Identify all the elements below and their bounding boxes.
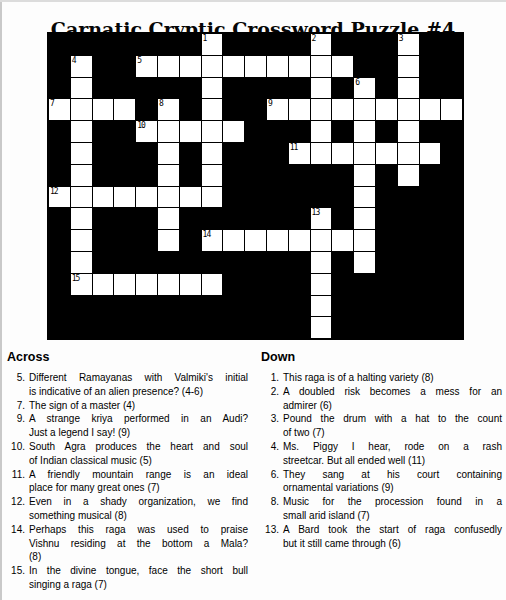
clue-number-label: 11. (6, 468, 29, 496)
white-cell-r1c7[interactable] (202, 56, 223, 77)
white-cell-r4c1[interactable] (71, 121, 92, 142)
black-cell-r5c18 (441, 143, 462, 164)
black-cell-r10c0 (49, 252, 70, 273)
black-cell-r12c15 (376, 296, 397, 317)
white-cell-r5c13[interactable] (332, 143, 353, 164)
grid-clue-number-2: 2 (312, 34, 316, 43)
white-cell-r5c17[interactable] (420, 143, 441, 164)
black-cell-r10c4 (136, 252, 157, 273)
black-cell-r9c0 (49, 230, 70, 251)
black-cell-r6c3 (114, 165, 135, 186)
black-cell-r12c11 (289, 296, 310, 317)
black-cell-r8c8 (223, 208, 244, 229)
black-cell-r4c2 (93, 121, 114, 142)
black-cell-r10c18 (441, 252, 462, 273)
white-cell-r1c8[interactable] (223, 56, 244, 77)
clue-text: Pound the drum with a hat to the countof… (283, 412, 502, 440)
white-cell-r11c12[interactable] (311, 274, 332, 295)
black-cell-r0c2 (93, 34, 114, 55)
window-top-edge (0, 0, 506, 2)
black-cell-r9c2 (93, 230, 114, 251)
white-cell-r6c14[interactable] (354, 165, 375, 186)
black-cell-r2c11 (289, 78, 310, 99)
across-clue-list: 5.Different Ramayanas with Valmiki's ini… (6, 371, 248, 592)
clue-number-label: 7. (6, 399, 29, 413)
clue-number-label: 4. (260, 440, 283, 468)
black-cell-r12c0 (49, 296, 70, 317)
clue-number-label: 9. (6, 412, 29, 440)
black-cell-r10c17 (420, 252, 441, 273)
black-cell-r8c9 (245, 208, 266, 229)
black-cell-r10c13 (332, 252, 353, 273)
black-cell-r13c10 (267, 317, 288, 338)
black-cell-r0c14 (354, 34, 375, 55)
clue-text: A doubled risk becomes a mess for anadmi… (283, 385, 502, 413)
white-cell-r7c2[interactable] (93, 187, 114, 208)
black-cell-r1c18 (441, 56, 462, 77)
clue-text: A strange kriya performed in an Audi?Jus… (29, 412, 248, 440)
black-cell-r4c15 (376, 121, 397, 142)
black-cell-r0c4 (136, 34, 157, 55)
black-cell-r7c16 (398, 187, 419, 208)
white-cell-r2c1[interactable] (71, 78, 92, 99)
white-cell-r1c4[interactable]: 5 (136, 56, 157, 77)
black-cell-r2c8 (223, 78, 244, 99)
white-cell-r0c16[interactable]: 3 (398, 34, 419, 55)
white-cell-r0c12[interactable]: 2 (311, 34, 332, 55)
black-cell-r8c17 (420, 208, 441, 229)
black-cell-r0c10 (267, 34, 288, 55)
white-cell-r1c10[interactable] (267, 56, 288, 77)
black-cell-r13c0 (49, 317, 70, 338)
black-cell-r10c7 (202, 252, 223, 273)
white-cell-r3c18[interactable] (441, 99, 462, 120)
white-cell-r4c14[interactable] (354, 121, 375, 142)
clue-across-11: 11.A friendly mountain range is an ideal… (6, 468, 248, 496)
white-cell-r7c6[interactable] (180, 187, 201, 208)
white-cell-r9c13[interactable] (332, 230, 353, 251)
black-cell-r8c0 (49, 208, 70, 229)
grid-clue-number-6: 6 (355, 78, 359, 87)
black-cell-r11c15 (376, 274, 397, 295)
black-cell-r6c4 (136, 165, 157, 186)
black-cell-r13c18 (441, 317, 462, 338)
white-cell-r7c0[interactable]: 12 (49, 187, 70, 208)
grid-clue-number-11: 11 (290, 143, 298, 152)
white-cell-r9c7[interactable]: 14 (202, 230, 223, 251)
white-cell-r8c1[interactable] (71, 208, 92, 229)
black-cell-r11c0 (49, 274, 70, 295)
page: { "title": "Carnatic Cryptic Crossword P… (0, 0, 506, 600)
black-cell-r0c8 (223, 34, 244, 55)
black-cell-r2c13 (332, 78, 353, 99)
black-cell-r10c9 (245, 252, 266, 273)
black-cell-r7c13 (332, 187, 353, 208)
black-cell-r0c13 (332, 34, 353, 55)
black-cell-r2c17 (420, 78, 441, 99)
black-cell-r2c10 (267, 78, 288, 99)
black-cell-r6c12 (311, 165, 332, 186)
white-cell-r7c5[interactable] (158, 187, 179, 208)
black-cell-r10c2 (93, 252, 114, 273)
black-cell-r11c18 (441, 274, 462, 295)
black-cell-r11c17 (420, 274, 441, 295)
white-cell-r9c11[interactable] (289, 230, 310, 251)
black-cell-r8c3 (114, 208, 135, 229)
black-cell-r11c9 (245, 274, 266, 295)
white-cell-r3c17[interactable] (420, 99, 441, 120)
black-cell-r7c15 (376, 187, 397, 208)
black-cell-r6c9 (245, 165, 266, 186)
clue-number-label: 3. (260, 412, 283, 440)
black-cell-r2c3 (114, 78, 135, 99)
white-cell-r5c1[interactable] (71, 143, 92, 164)
white-cell-r3c5[interactable]: 8 (158, 99, 179, 120)
clue-down-3: 3.Pound the drum with a hat to the count… (260, 412, 502, 440)
black-cell-r10c11 (289, 252, 310, 273)
white-cell-r3c15[interactable] (376, 99, 397, 120)
white-cell-r11c6[interactable] (180, 274, 201, 295)
white-cell-r8c5[interactable] (158, 208, 179, 229)
black-cell-r0c11 (289, 34, 310, 55)
black-cell-r7c18 (441, 187, 462, 208)
white-cell-r4c12[interactable] (311, 121, 332, 142)
white-cell-r11c1[interactable]: 15 (71, 274, 92, 295)
black-cell-r13c7 (202, 317, 223, 338)
clue-text: The sign of a master (4) (29, 399, 248, 413)
black-cell-r6c2 (93, 165, 114, 186)
white-cell-r7c4[interactable] (136, 187, 157, 208)
black-cell-r8c10 (267, 208, 288, 229)
grid-clue-number-9: 9 (268, 99, 272, 108)
clue-text: In the divine tongue, face the short bul… (29, 564, 248, 592)
black-cell-r3c6 (180, 99, 201, 120)
white-cell-r4c6[interactable] (180, 121, 201, 142)
black-cell-r0c1 (71, 34, 92, 55)
black-cell-r4c0 (49, 121, 70, 142)
white-cell-r3c16[interactable] (398, 99, 419, 120)
white-cell-r11c2[interactable] (93, 274, 114, 295)
grid-clue-number-12: 12 (50, 187, 58, 196)
black-cell-r0c18 (441, 34, 462, 55)
black-cell-r12c13 (332, 296, 353, 317)
clue-text: Music for the procession found in asmall… (283, 495, 502, 523)
white-cell-r12c12[interactable] (311, 296, 332, 317)
black-cell-r0c15 (376, 34, 397, 55)
black-cell-r4c10 (267, 121, 288, 142)
white-cell-r3c7[interactable] (202, 99, 223, 120)
black-cell-r2c18 (441, 78, 462, 99)
black-cell-r5c2 (93, 143, 114, 164)
white-cell-r13c12[interactable] (311, 317, 332, 338)
black-cell-r9c3 (114, 230, 135, 251)
black-cell-r12c3 (114, 296, 135, 317)
black-cell-r10c10 (267, 252, 288, 273)
black-cell-r6c6 (180, 165, 201, 186)
grid-clue-number-5: 5 (137, 56, 141, 65)
black-cell-r8c2 (93, 208, 114, 229)
white-cell-r9c8[interactable] (223, 230, 244, 251)
black-cell-r4c9 (245, 121, 266, 142)
black-cell-r12c10 (267, 296, 288, 317)
white-cell-r9c10[interactable] (267, 230, 288, 251)
black-cell-r10c16 (398, 252, 419, 273)
black-cell-r2c6 (180, 78, 201, 99)
white-cell-r6c1[interactable] (71, 165, 92, 186)
white-cell-r7c3[interactable] (114, 187, 135, 208)
crossword-grid: 123456789101112131415 (47, 32, 464, 340)
black-cell-r11c8 (223, 274, 244, 295)
black-cell-r6c18 (441, 165, 462, 186)
black-cell-r1c3 (114, 56, 135, 77)
black-cell-r12c17 (420, 296, 441, 317)
white-cell-r9c5[interactable] (158, 230, 179, 251)
black-cell-r1c17 (420, 56, 441, 77)
black-cell-r3c4 (136, 99, 157, 120)
clue-down-2: 2.A doubled risk becomes a mess for anad… (260, 385, 502, 413)
white-cell-r5c11[interactable]: 11 (289, 143, 310, 164)
black-cell-r13c16 (398, 317, 419, 338)
black-cell-r4c11 (289, 121, 310, 142)
white-cell-r3c14[interactable] (354, 99, 375, 120)
black-cell-r8c6 (180, 208, 201, 229)
white-cell-r2c16[interactable] (398, 78, 419, 99)
white-cell-r3c10[interactable]: 9 (267, 99, 288, 120)
black-cell-r10c3 (114, 252, 135, 273)
black-cell-r8c15 (376, 208, 397, 229)
white-cell-r1c11[interactable] (289, 56, 310, 77)
clue-across-9: 9.A strange kriya performed in an Audi?J… (6, 412, 248, 440)
white-cell-r4c8[interactable] (223, 121, 244, 142)
black-cell-r0c6 (180, 34, 201, 55)
white-cell-r2c14[interactable]: 6 (354, 78, 375, 99)
grid-clue-number-15: 15 (72, 274, 80, 283)
white-cell-r7c1[interactable] (71, 187, 92, 208)
white-cell-r9c9[interactable] (245, 230, 266, 251)
clue-number-label: 2. (260, 385, 283, 413)
black-cell-r11c16 (398, 274, 419, 295)
white-cell-r1c1[interactable]: 4 (71, 56, 92, 77)
window-left-edge (0, 0, 2, 600)
white-cell-r11c7[interactable] (202, 274, 223, 295)
clue-number-label: 6. (260, 468, 283, 496)
white-cell-r3c0[interactable]: 7 (49, 99, 70, 120)
black-cell-r1c15 (376, 56, 397, 77)
white-cell-r5c12[interactable] (311, 143, 332, 164)
black-cell-r13c4 (136, 317, 157, 338)
clue-text: South Agra produces the heart and soulof… (29, 440, 248, 468)
clue-text: This raga is of a halting variety (8) (283, 371, 502, 385)
clue-text: Even in a shady organization, we findsom… (29, 495, 248, 523)
white-cell-r4c5[interactable] (158, 121, 179, 142)
white-cell-r10c12[interactable] (311, 252, 332, 273)
black-cell-r13c5 (158, 317, 179, 338)
clue-across-14: 14.Perhaps this raga was used to praiseV… (6, 523, 248, 564)
white-cell-r7c7[interactable] (202, 187, 223, 208)
white-cell-r3c11[interactable] (289, 99, 310, 120)
grid-clue-number-10: 10 (137, 121, 145, 130)
white-cell-r5c16[interactable] (398, 143, 419, 164)
black-cell-r9c4 (136, 230, 157, 251)
white-cell-r6c16[interactable] (398, 165, 419, 186)
black-cell-r5c9 (245, 143, 266, 164)
black-cell-r11c11 (289, 274, 310, 295)
white-cell-r5c7[interactable] (202, 143, 223, 164)
white-cell-r4c7[interactable] (202, 121, 223, 142)
white-cell-r5c15[interactable] (376, 143, 397, 164)
white-cell-r0c7[interactable]: 1 (202, 34, 223, 55)
white-cell-r1c12[interactable] (311, 56, 332, 77)
clue-down-13: 13.A Bard took the start of raga confuse… (260, 523, 502, 551)
black-cell-r9c16 (398, 230, 419, 251)
black-cell-r1c0 (49, 56, 70, 77)
black-cell-r10c15 (376, 252, 397, 273)
clue-text: Perhaps this raga was used to praiseVish… (29, 523, 248, 564)
clue-down-1: 1.This raga is of a halting variety (8) (260, 371, 502, 385)
black-cell-r13c11 (289, 317, 310, 338)
black-cell-r9c15 (376, 230, 397, 251)
white-cell-r9c1[interactable] (71, 230, 92, 251)
black-cell-r12c16 (398, 296, 419, 317)
black-cell-r6c0 (49, 165, 70, 186)
black-cell-r5c10 (267, 143, 288, 164)
white-cell-r1c16[interactable] (398, 56, 419, 77)
white-cell-r3c2[interactable] (93, 99, 114, 120)
black-cell-r0c5 (158, 34, 179, 55)
down-clue-list: 1.This raga is of a halting variety (8)2… (260, 371, 502, 550)
black-cell-r12c9 (245, 296, 266, 317)
black-cell-r2c5 (158, 78, 179, 99)
white-cell-r6c5[interactable] (158, 165, 179, 186)
clue-number-label: 1. (260, 371, 283, 385)
white-cell-r11c3[interactable] (114, 274, 135, 295)
white-cell-r1c6[interactable] (180, 56, 201, 77)
clue-across-12: 12.Even in a shady organization, we find… (6, 495, 248, 523)
clue-across-5: 5.Different Ramayanas with Valmiki's ini… (6, 371, 248, 399)
black-cell-r5c0 (49, 143, 70, 164)
white-cell-r8c12[interactable]: 13 (311, 208, 332, 229)
white-cell-r9c12[interactable] (311, 230, 332, 251)
black-cell-r4c17 (420, 121, 441, 142)
across-heading: Across (7, 351, 248, 364)
black-cell-r10c5 (158, 252, 179, 273)
black-cell-r10c6 (180, 252, 201, 273)
clue-down-4: 4.Ms. Piggy I hear, rode on a rashstreet… (260, 440, 502, 468)
white-cell-r3c1[interactable] (71, 99, 92, 120)
down-heading: Down (261, 351, 502, 364)
clue-number-label: 15. (6, 564, 29, 592)
white-cell-r10c1[interactable] (71, 252, 92, 273)
white-cell-r4c16[interactable] (398, 121, 419, 142)
across-section: Across 5.Different Ramayanas with Valmik… (6, 351, 248, 592)
clue-number-label: 14. (6, 523, 29, 564)
black-cell-r12c2 (93, 296, 114, 317)
grid-clue-number-7: 7 (50, 99, 54, 108)
black-cell-r0c0 (49, 34, 70, 55)
white-cell-r1c13[interactable] (332, 56, 353, 77)
black-cell-r6c17 (420, 165, 441, 186)
black-cell-r9c17 (420, 230, 441, 251)
black-cell-r2c9 (245, 78, 266, 99)
white-cell-r1c9[interactable] (245, 56, 266, 77)
black-cell-r7c12 (311, 187, 332, 208)
white-cell-r5c14[interactable] (354, 143, 375, 164)
black-cell-r13c8 (223, 317, 244, 338)
clue-text: They sang at his court containingornamen… (283, 468, 502, 496)
black-cell-r5c6 (180, 143, 201, 164)
white-cell-r4c4[interactable]: 10 (136, 121, 157, 142)
white-cell-r2c7[interactable] (202, 78, 223, 99)
black-cell-r12c6 (180, 296, 201, 317)
black-cell-r1c14 (354, 56, 375, 77)
clue-number-label: 12. (6, 495, 29, 523)
white-cell-r5c5[interactable] (158, 143, 179, 164)
white-cell-r6c7[interactable] (202, 165, 223, 186)
black-cell-r13c1 (71, 317, 92, 338)
black-cell-r8c4 (136, 208, 157, 229)
black-cell-r7c17 (420, 187, 441, 208)
black-cell-r9c18 (441, 230, 462, 251)
white-cell-r1c5[interactable] (158, 56, 179, 77)
black-cell-r8c16 (398, 208, 419, 229)
black-cell-r8c18 (441, 208, 462, 229)
black-cell-r12c14 (354, 296, 375, 317)
black-cell-r0c9 (245, 34, 266, 55)
white-cell-r9c14[interactable] (354, 230, 375, 251)
white-cell-r11c5[interactable] (158, 274, 179, 295)
black-cell-r8c13 (332, 208, 353, 229)
black-cell-r6c13 (332, 165, 353, 186)
black-cell-r8c7 (202, 208, 223, 229)
white-cell-r11c4[interactable] (136, 274, 157, 295)
clue-across-10: 10.South Agra produces the heart and sou… (6, 440, 248, 468)
clue-text: Ms. Piggy I hear, rode on a rashstreetca… (283, 440, 502, 468)
black-cell-r13c15 (376, 317, 397, 338)
black-cell-r12c18 (441, 296, 462, 317)
black-cell-r2c0 (49, 78, 70, 99)
white-cell-r7c14[interactable] (354, 187, 375, 208)
black-cell-r6c8 (223, 165, 244, 186)
black-cell-r13c3 (114, 317, 135, 338)
black-cell-r12c7 (202, 296, 223, 317)
black-cell-r6c11 (289, 165, 310, 186)
black-cell-r0c17 (420, 34, 441, 55)
clue-number-label: 8. (260, 495, 283, 523)
down-section: Down 1.This raga is of a halting variety… (260, 351, 502, 550)
clue-down-6: 6.They sang at his court containingornam… (260, 468, 502, 496)
clue-number-label: 13. (260, 523, 283, 551)
white-cell-r3c3[interactable] (114, 99, 135, 120)
black-cell-r5c8 (223, 143, 244, 164)
clue-number-label: 10. (6, 440, 29, 468)
black-cell-r8c11 (289, 208, 310, 229)
black-cell-r4c3 (114, 121, 135, 142)
black-cell-r11c10 (267, 274, 288, 295)
clue-text: A friendly mountain range is an idealpla… (29, 468, 248, 496)
black-cell-r5c3 (114, 143, 135, 164)
white-cell-r2c12[interactable] (311, 78, 332, 99)
black-cell-r13c14 (354, 317, 375, 338)
black-cell-r13c6 (180, 317, 201, 338)
black-cell-r3c9 (245, 99, 266, 120)
white-cell-r3c13[interactable] (332, 99, 353, 120)
white-cell-r3c12[interactable] (311, 99, 332, 120)
black-cell-r12c1 (71, 296, 92, 317)
white-cell-r10c14[interactable] (354, 252, 375, 273)
black-cell-r7c8 (223, 187, 244, 208)
black-cell-r6c10 (267, 165, 288, 186)
white-cell-r8c14[interactable] (354, 208, 375, 229)
